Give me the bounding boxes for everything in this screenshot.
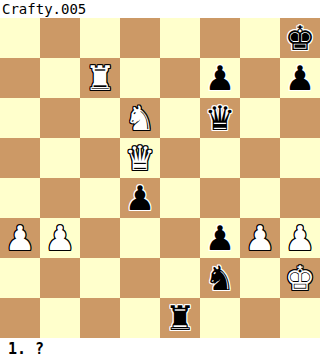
white-pawn: ♟: [285, 218, 315, 258]
square-b8[interactable]: [40, 18, 80, 58]
square-b5[interactable]: [40, 138, 80, 178]
white-pawn: ♟: [245, 218, 275, 258]
square-d1[interactable]: [120, 298, 160, 338]
square-f3[interactable]: ♟: [200, 218, 240, 258]
square-c2[interactable]: [80, 258, 120, 298]
square-h5[interactable]: [280, 138, 320, 178]
square-e3[interactable]: [160, 218, 200, 258]
square-e6[interactable]: [160, 98, 200, 138]
square-a1[interactable]: [0, 298, 40, 338]
square-b6[interactable]: [40, 98, 80, 138]
square-b2[interactable]: [40, 258, 80, 298]
square-g4[interactable]: [240, 178, 280, 218]
square-f4[interactable]: [200, 178, 240, 218]
window-title: Crafty.005: [0, 0, 320, 18]
white-rook: ♜: [85, 58, 115, 98]
square-a4[interactable]: [0, 178, 40, 218]
square-a2[interactable]: [0, 258, 40, 298]
square-d8[interactable]: [120, 18, 160, 58]
square-g3[interactable]: ♟: [240, 218, 280, 258]
black-queen: ♛: [205, 98, 235, 138]
square-f1[interactable]: [200, 298, 240, 338]
square-d3[interactable]: [120, 218, 160, 258]
square-d6[interactable]: ♞: [120, 98, 160, 138]
square-c1[interactable]: [80, 298, 120, 338]
black-king: ♚: [285, 18, 315, 58]
black-rook: ♜: [165, 298, 195, 338]
chess-board: ♚♜♟♟♞♛♛♟♟♟♟♟♟♞♚♜: [0, 18, 320, 338]
square-b4[interactable]: [40, 178, 80, 218]
square-c6[interactable]: [80, 98, 120, 138]
white-queen: ♛: [125, 138, 155, 178]
square-h7[interactable]: ♟: [280, 58, 320, 98]
square-c7[interactable]: ♜: [80, 58, 120, 98]
square-e2[interactable]: [160, 258, 200, 298]
square-d5[interactable]: ♛: [120, 138, 160, 178]
square-f6[interactable]: ♛: [200, 98, 240, 138]
square-e5[interactable]: [160, 138, 200, 178]
white-pawn: ♟: [5, 218, 35, 258]
white-king: ♚: [285, 258, 315, 298]
square-e8[interactable]: [160, 18, 200, 58]
black-pawn: ♟: [205, 218, 235, 258]
square-c8[interactable]: [80, 18, 120, 58]
square-h6[interactable]: [280, 98, 320, 138]
black-pawn: ♟: [285, 58, 315, 98]
square-d2[interactable]: [120, 258, 160, 298]
square-c3[interactable]: [80, 218, 120, 258]
black-knight: ♞: [205, 258, 235, 298]
square-d4[interactable]: ♟: [120, 178, 160, 218]
square-b3[interactable]: ♟: [40, 218, 80, 258]
square-f7[interactable]: ♟: [200, 58, 240, 98]
square-e7[interactable]: [160, 58, 200, 98]
square-a7[interactable]: [0, 58, 40, 98]
white-knight: ♞: [125, 98, 155, 138]
square-a8[interactable]: [0, 18, 40, 58]
square-h4[interactable]: [280, 178, 320, 218]
crafty-window: Crafty.005 ♚♜♟♟♞♛♛♟♟♟♟♟♟♞♚♜ 1. ?: [0, 0, 320, 360]
square-g2[interactable]: [240, 258, 280, 298]
square-c5[interactable]: [80, 138, 120, 178]
square-g8[interactable]: [240, 18, 280, 58]
black-pawn: ♟: [125, 178, 155, 218]
square-h2[interactable]: ♚: [280, 258, 320, 298]
black-pawn: ♟: [205, 58, 235, 98]
square-g5[interactable]: [240, 138, 280, 178]
square-f8[interactable]: [200, 18, 240, 58]
square-h1[interactable]: [280, 298, 320, 338]
white-pawn: ♟: [45, 218, 75, 258]
square-g7[interactable]: [240, 58, 280, 98]
square-b7[interactable]: [40, 58, 80, 98]
square-f2[interactable]: ♞: [200, 258, 240, 298]
square-b1[interactable]: [40, 298, 80, 338]
square-e1[interactable]: ♜: [160, 298, 200, 338]
square-f5[interactable]: [200, 138, 240, 178]
square-a5[interactable]: [0, 138, 40, 178]
square-g6[interactable]: [240, 98, 280, 138]
square-h3[interactable]: ♟: [280, 218, 320, 258]
square-e4[interactable]: [160, 178, 200, 218]
square-h8[interactable]: ♚: [280, 18, 320, 58]
move-prompt: 1. ?: [0, 338, 320, 360]
square-c4[interactable]: [80, 178, 120, 218]
square-g1[interactable]: [240, 298, 280, 338]
square-d7[interactable]: [120, 58, 160, 98]
square-a3[interactable]: ♟: [0, 218, 40, 258]
square-a6[interactable]: [0, 98, 40, 138]
